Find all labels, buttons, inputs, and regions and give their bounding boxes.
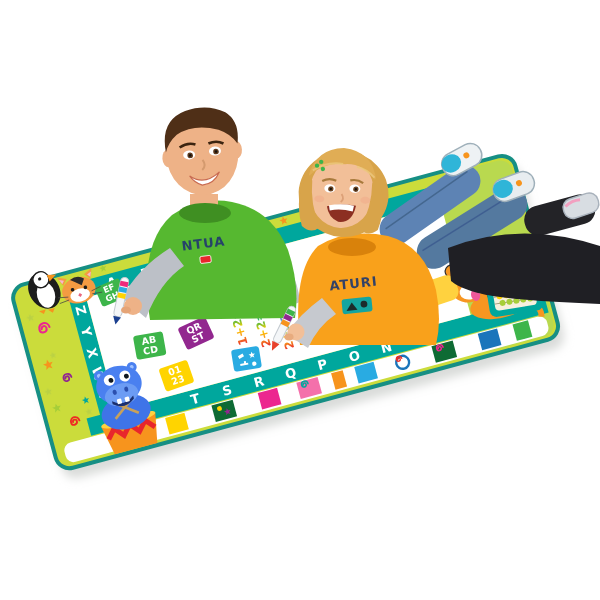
stencil-tile-shapes [231,346,262,372]
scene-canvas: A B Z Y X W V U T S R Q P O N [0,0,600,600]
girl-thumb [284,334,293,341]
product-photo: A B Z Y X W V U T S R Q P O N [0,0,600,600]
girl-shirt-graphic [341,296,372,314]
boy-collar [179,203,231,223]
boy-shirt-logo [200,255,212,263]
girl-collar [328,238,376,256]
boy-thumb [121,306,131,313]
